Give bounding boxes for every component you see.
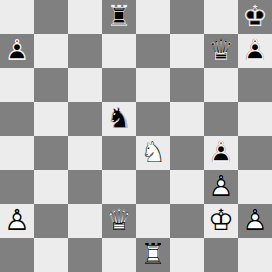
black-pawn-outline-glyph: ♙ <box>204 136 238 170</box>
square-d8[interactable]: ♜♖ <box>102 0 136 34</box>
black-pawn-fill-glyph: ♟ <box>238 34 272 68</box>
square-e8[interactable] <box>136 0 170 34</box>
white-pawn-h2[interactable]: ♟♙ <box>238 204 272 238</box>
square-d3[interactable] <box>102 170 136 204</box>
square-h1[interactable] <box>238 238 272 272</box>
square-c2[interactable] <box>68 204 102 238</box>
square-c6[interactable] <box>68 68 102 102</box>
black-knight-outline-glyph: ♘ <box>102 102 136 136</box>
square-e3[interactable] <box>136 170 170 204</box>
square-g8[interactable] <box>204 0 238 34</box>
square-a2[interactable]: ♟♙ <box>0 204 34 238</box>
square-g4[interactable]: ♟♙ <box>204 136 238 170</box>
square-f1[interactable] <box>170 238 204 272</box>
square-h8[interactable]: ♚♔ <box>238 0 272 34</box>
square-e2[interactable] <box>136 204 170 238</box>
square-b2[interactable] <box>34 204 68 238</box>
square-f3[interactable] <box>170 170 204 204</box>
black-pawn-outline-glyph: ♙ <box>0 34 34 68</box>
square-h2[interactable]: ♟♙ <box>238 204 272 238</box>
white-pawn-outline-glyph: ♙ <box>238 204 272 238</box>
square-b3[interactable] <box>34 170 68 204</box>
black-rook-d8[interactable]: ♜♖ <box>102 0 136 34</box>
square-d6[interactable] <box>102 68 136 102</box>
square-a6[interactable] <box>0 68 34 102</box>
square-a3[interactable] <box>0 170 34 204</box>
square-g5[interactable] <box>204 102 238 136</box>
chess-board: ♜♖♚♔♟♙♛♕♟♙♞♘♞♘♟♙♟♙♟♙♛♕♚♔♟♙♜♖ <box>0 0 272 272</box>
square-e5[interactable] <box>136 102 170 136</box>
square-h3[interactable] <box>238 170 272 204</box>
black-queen-fill-glyph: ♛ <box>204 34 238 68</box>
square-c4[interactable] <box>68 136 102 170</box>
square-f6[interactable] <box>170 68 204 102</box>
white-pawn-outline-glyph: ♙ <box>204 170 238 204</box>
square-a5[interactable] <box>0 102 34 136</box>
square-d5[interactable]: ♞♘ <box>102 102 136 136</box>
white-pawn-fill-glyph: ♟ <box>238 204 272 238</box>
black-rook-fill-glyph: ♜ <box>102 0 136 34</box>
square-d1[interactable] <box>102 238 136 272</box>
square-h6[interactable] <box>238 68 272 102</box>
square-b7[interactable] <box>34 34 68 68</box>
square-f5[interactable] <box>170 102 204 136</box>
white-king-fill-glyph: ♚ <box>204 204 238 238</box>
white-queen-outline-glyph: ♕ <box>102 204 136 238</box>
white-pawn-outline-glyph: ♙ <box>0 204 34 238</box>
black-knight-d5[interactable]: ♞♘ <box>102 102 136 136</box>
white-queen-fill-glyph: ♛ <box>102 204 136 238</box>
square-a8[interactable] <box>0 0 34 34</box>
square-d4[interactable] <box>102 136 136 170</box>
square-e6[interactable] <box>136 68 170 102</box>
square-g6[interactable] <box>204 68 238 102</box>
square-h5[interactable] <box>238 102 272 136</box>
white-knight-e4[interactable]: ♞♘ <box>136 136 170 170</box>
black-pawn-g4[interactable]: ♟♙ <box>204 136 238 170</box>
square-d2[interactable]: ♛♕ <box>102 204 136 238</box>
white-rook-e1[interactable]: ♜♖ <box>136 238 170 272</box>
white-rook-fill-glyph: ♜ <box>136 238 170 272</box>
black-queen-g7[interactable]: ♛♕ <box>204 34 238 68</box>
square-c5[interactable] <box>68 102 102 136</box>
white-knight-fill-glyph: ♞ <box>136 136 170 170</box>
square-c7[interactable] <box>68 34 102 68</box>
square-h7[interactable]: ♟♙ <box>238 34 272 68</box>
square-e4[interactable]: ♞♘ <box>136 136 170 170</box>
black-pawn-h7[interactable]: ♟♙ <box>238 34 272 68</box>
square-e7[interactable] <box>136 34 170 68</box>
square-b6[interactable] <box>34 68 68 102</box>
square-g1[interactable] <box>204 238 238 272</box>
square-a4[interactable] <box>0 136 34 170</box>
square-g7[interactable]: ♛♕ <box>204 34 238 68</box>
black-pawn-a7[interactable]: ♟♙ <box>0 34 34 68</box>
square-c1[interactable] <box>68 238 102 272</box>
square-f2[interactable] <box>170 204 204 238</box>
square-f4[interactable] <box>170 136 204 170</box>
square-b8[interactable] <box>34 0 68 34</box>
black-queen-outline-glyph: ♕ <box>204 34 238 68</box>
black-rook-outline-glyph: ♖ <box>102 0 136 34</box>
white-king-g2[interactable]: ♚♔ <box>204 204 238 238</box>
square-c3[interactable] <box>68 170 102 204</box>
black-king-fill-glyph: ♚ <box>238 0 272 34</box>
square-g2[interactable]: ♚♔ <box>204 204 238 238</box>
square-b5[interactable] <box>34 102 68 136</box>
black-king-h8[interactable]: ♚♔ <box>238 0 272 34</box>
square-f8[interactable] <box>170 0 204 34</box>
square-c8[interactable] <box>68 0 102 34</box>
black-pawn-outline-glyph: ♙ <box>238 34 272 68</box>
black-pawn-fill-glyph: ♟ <box>204 136 238 170</box>
black-knight-fill-glyph: ♞ <box>102 102 136 136</box>
white-king-outline-glyph: ♔ <box>204 204 238 238</box>
square-e1[interactable]: ♜♖ <box>136 238 170 272</box>
black-pawn-fill-glyph: ♟ <box>0 34 34 68</box>
square-a7[interactable]: ♟♙ <box>0 34 34 68</box>
white-pawn-fill-glyph: ♟ <box>0 204 34 238</box>
square-g3[interactable]: ♟♙ <box>204 170 238 204</box>
square-f7[interactable] <box>170 34 204 68</box>
white-pawn-g3[interactable]: ♟♙ <box>204 170 238 204</box>
chess-board-window: ♜♖♚♔♟♙♛♕♟♙♞♘♞♘♟♙♟♙♟♙♛♕♚♔♟♙♜♖ <box>0 0 272 272</box>
square-d7[interactable] <box>102 34 136 68</box>
black-king-outline-glyph: ♔ <box>238 0 272 34</box>
square-b1[interactable] <box>34 238 68 272</box>
white-pawn-a2[interactable]: ♟♙ <box>0 204 34 238</box>
square-b4[interactable] <box>34 136 68 170</box>
white-pawn-fill-glyph: ♟ <box>204 170 238 204</box>
white-rook-outline-glyph: ♖ <box>136 238 170 272</box>
white-queen-d2[interactable]: ♛♕ <box>102 204 136 238</box>
white-knight-outline-glyph: ♘ <box>136 136 170 170</box>
square-a1[interactable] <box>0 238 34 272</box>
square-h4[interactable] <box>238 136 272 170</box>
